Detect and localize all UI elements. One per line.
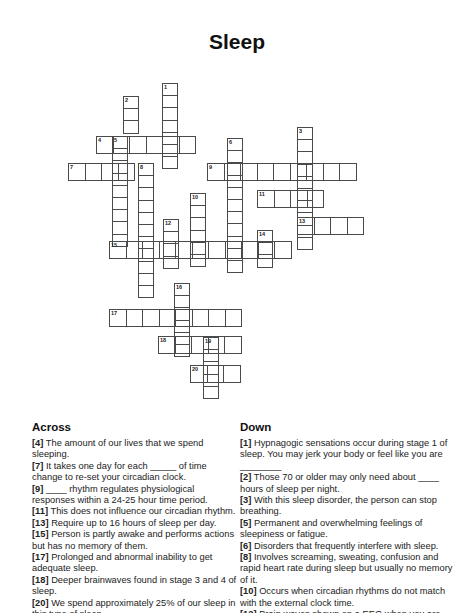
grid-cell[interactable]: 15 (109, 241, 127, 259)
clue-item-15-across: [15] Person is partly awake and performs… (32, 529, 239, 552)
entry-15-across: 15 (109, 241, 292, 259)
grid-cell[interactable] (126, 241, 144, 259)
clue-item-17-across: [17] Prolonged and abnormal inability to… (32, 552, 239, 575)
grid-cell[interactable] (208, 309, 226, 327)
clue-number-label: 19 (205, 338, 211, 344)
grid-cell[interactable] (146, 136, 164, 154)
grid-cell[interactable] (306, 163, 324, 181)
grid-cell[interactable] (227, 260, 243, 273)
grid-cell[interactable] (142, 241, 160, 259)
grid-cell[interactable] (225, 241, 243, 259)
clue-number-label: 12 (165, 220, 171, 226)
grid-cell[interactable] (207, 365, 225, 383)
grid-cell[interactable] (175, 336, 193, 354)
grid-cell[interactable] (159, 309, 177, 327)
entry-17-across: 17 (109, 309, 242, 327)
clue-number-label: 11 (259, 191, 265, 197)
entry-20-across: 20 (190, 365, 241, 383)
clue-number-label: 16 (176, 284, 182, 290)
clue-number-label: 5 (114, 137, 117, 143)
clue-number-label: 13 (299, 218, 305, 224)
grid-cell[interactable] (258, 241, 276, 259)
clue-item-11-across: [11] This does not influence our circadi… (32, 506, 239, 517)
worksheet-page: Sleep 1234567891011121314151617181920 Ac… (0, 0, 474, 613)
grid-cell[interactable]: 4 (96, 136, 114, 154)
clue-number-label: 8 (140, 164, 143, 170)
grid-cell[interactable] (297, 237, 313, 250)
grid-cell[interactable]: 11 (257, 190, 275, 208)
grid-cell[interactable] (307, 190, 325, 208)
grid-cell[interactable]: 13 (297, 217, 315, 235)
entry-2-down: 2 (123, 96, 139, 134)
grid-cell[interactable] (192, 241, 210, 259)
grid-cell[interactable] (257, 163, 275, 181)
clue-item-5-down: [5] Permanent and overwhelming feelings … (240, 518, 454, 541)
grid-cell[interactable] (274, 190, 292, 208)
clue-item-6-down: [6] Disorders that frequently interfere … (240, 541, 454, 552)
entry-8-down: 8 (138, 163, 154, 298)
down-heading: Down (240, 421, 454, 433)
grid-cell[interactable]: 7 (68, 163, 86, 181)
grid-cell[interactable] (126, 309, 144, 327)
clue-item-18-across: [18] Deeper brainwaves found in stage 3 … (32, 575, 239, 598)
grid-cell[interactable] (129, 136, 147, 154)
entry-9-across: 9 (207, 163, 357, 181)
clue-item-4-across: [4] The amount of our lives that we spen… (32, 438, 239, 461)
crossword-grid: 1234567891011121314151617181920 (0, 0, 474, 420)
grid-cell[interactable] (273, 163, 291, 181)
across-clue-list: [4] The amount of our lives that we spen… (32, 438, 239, 613)
grid-cell[interactable] (290, 190, 308, 208)
grid-cell[interactable] (179, 136, 197, 154)
clue-item-10-down: [10] Occurs when circadian rhythms do no… (240, 586, 454, 609)
grid-cell[interactable] (162, 156, 178, 169)
grid-cell[interactable] (323, 163, 341, 181)
clue-number-label: 4 (98, 137, 101, 143)
grid-cell[interactable] (162, 136, 180, 154)
clue-item-2-down: [2] Those 70 or older may only need abou… (240, 472, 454, 495)
down-clues-column: Down [1] Hypnagogic sensations occur dur… (240, 421, 454, 613)
clue-number-label: 1 (164, 84, 167, 90)
grid-cell[interactable] (138, 285, 154, 298)
grid-cell[interactable]: 20 (190, 365, 208, 383)
clue-item-20-across: [20] We spend approximately 25% of our s… (32, 598, 239, 613)
grid-cell[interactable] (208, 241, 226, 259)
entry-4-across: 4 (96, 136, 196, 154)
grid-cell[interactable] (224, 163, 242, 181)
clue-number-label: 17 (111, 310, 117, 316)
grid-cell[interactable] (123, 120, 139, 133)
entry-11-across: 11 (257, 190, 324, 208)
grid-cell[interactable] (347, 217, 365, 235)
grid-cell[interactable] (203, 386, 219, 399)
clue-number-label: 2 (125, 97, 128, 103)
grid-cell[interactable] (118, 163, 136, 181)
grid-cell[interactable] (101, 163, 119, 181)
entry-7-across: 7 (68, 163, 135, 181)
clue-number-label: 9 (209, 164, 212, 170)
grid-cell[interactable] (159, 241, 177, 259)
grid-cell[interactable] (339, 163, 357, 181)
grid-cell[interactable] (274, 241, 292, 259)
clue-item-9-across: [9] ____ rhythm regulates physiological … (32, 484, 239, 507)
across-heading: Across (32, 421, 239, 433)
grid-cell[interactable] (192, 309, 210, 327)
grid-cell[interactable] (240, 163, 258, 181)
clue-item-3-down: [3] With this sleep disorder, the person… (240, 495, 454, 518)
clue-item-1-down: [1] Hypnagogic sensations occur during s… (240, 438, 454, 472)
grid-cell[interactable] (223, 365, 241, 383)
clue-number-label: 3 (299, 128, 302, 134)
grid-cell[interactable] (142, 309, 160, 327)
grid-cell[interactable]: 18 (158, 336, 176, 354)
entry-1-down: 1 (162, 83, 178, 169)
clue-item-13-across: [13] Require up to 16 hours of sleep per… (32, 518, 239, 529)
down-clue-list: [1] Hypnagogic sensations occur during s… (240, 438, 454, 613)
grid-cell[interactable] (290, 163, 308, 181)
grid-cell[interactable]: 9 (207, 163, 225, 181)
clue-number-label: 6 (229, 139, 232, 145)
clue-item-8-down: [8] Involves screaming, sweating, confus… (240, 552, 454, 586)
entry-5-down: 5 (112, 136, 128, 247)
entry-13-across: 13 (297, 217, 364, 235)
grid-cell[interactable] (224, 336, 242, 354)
clue-number-label: 18 (160, 337, 166, 343)
grid-cell[interactable] (330, 217, 348, 235)
clue-number-label: 20 (192, 366, 198, 372)
grid-cell[interactable]: 17 (109, 309, 127, 327)
clue-number-label: 14 (259, 231, 265, 237)
grid-cell[interactable] (225, 309, 243, 327)
grid-cell[interactable] (314, 217, 332, 235)
clue-item-12-down: [12] Brain waves shown on a EEG when you… (240, 609, 454, 613)
entry-18-across: 18 (158, 336, 242, 354)
clue-item-7-across: [7] It takes one day for each _____ of t… (32, 461, 239, 484)
grid-cell[interactable] (241, 241, 259, 259)
grid-cell[interactable] (85, 163, 103, 181)
clue-number-label: 15 (111, 242, 117, 248)
clue-number-label: 10 (192, 194, 198, 200)
grid-cell[interactable] (175, 241, 193, 259)
across-clues-column: Across [4] The amount of our lives that … (32, 421, 239, 613)
clue-number-label: 7 (70, 164, 73, 170)
grid-cell[interactable] (175, 309, 193, 327)
